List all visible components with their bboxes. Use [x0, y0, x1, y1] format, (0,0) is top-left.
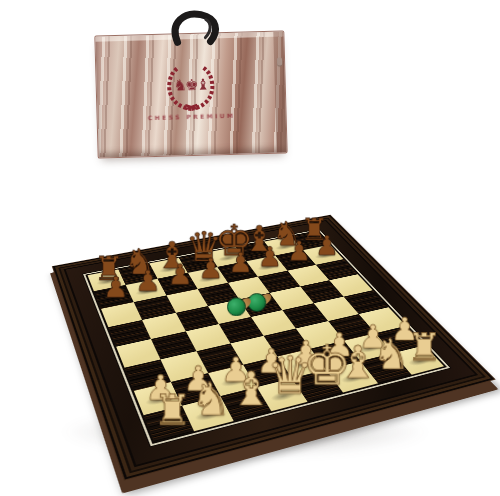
- chess-board: ♜♞♝♛♚♝♞♜♟♟♟♟♟♟♟♟♟♟♟♟♟♟♟♟♜♞♝♛♚♝♞♜: [52, 215, 496, 481]
- piece-black-pawn[interactable]: ♟: [195, 256, 227, 283]
- piece-black-pawn[interactable]: ♟: [312, 233, 343, 258]
- clasp: [277, 57, 282, 65]
- piece-white-bishop[interactable]: ♝: [229, 366, 269, 411]
- green-felt-base: [227, 297, 246, 316]
- brand-logo: ♞♚♝: [162, 64, 219, 112]
- gift-box: ♞♚♝ CHESS PREMIUM: [94, 30, 287, 158]
- piece-white-rook[interactable]: ♜: [151, 391, 192, 431]
- piece-black-pawn[interactable]: ♟: [132, 268, 165, 295]
- piece-black-pawn[interactable]: ♟: [283, 239, 314, 265]
- piece-white-queen[interactable]: ♛: [267, 352, 307, 401]
- square-b5[interactable]: [142, 313, 185, 339]
- box-logo-text: CHESS PREMIUM: [98, 110, 286, 122]
- piece-white-rook[interactable]: ♜: [405, 330, 442, 366]
- piece-black-pawn[interactable]: ♟: [164, 262, 196, 289]
- ribbon-handle-icon: [165, 7, 228, 45]
- spare-piece-lying-down[interactable]: [227, 290, 253, 316]
- product-photo: ♞♚♝ CHESS PREMIUM ♜♞♝♛♚♝♞♜♟♟♟♟♟♟♟♟♟♟♟♟♟♟…: [0, 0, 500, 496]
- piece-black-pawn[interactable]: ♟: [254, 244, 285, 270]
- board-scene: ♜♞♝♛♚♝♞♜♟♟♟♟♟♟♟♟♟♟♟♟♟♟♟♟♜♞♝♛♚♝♞♜: [0, 150, 500, 496]
- piece-black-pawn[interactable]: ♟: [225, 250, 257, 276]
- logo-chess-pieces-icon: ♞♚♝: [163, 77, 219, 94]
- square-d5[interactable]: [208, 299, 251, 324]
- square-a7[interactable]: ♟: [94, 285, 134, 309]
- square-a5[interactable]: [108, 320, 151, 347]
- square-a1[interactable]: ♜: [144, 405, 195, 441]
- piece-black-pawn[interactable]: ♟: [99, 274, 132, 302]
- piece-white-knight[interactable]: ♞: [191, 378, 232, 421]
